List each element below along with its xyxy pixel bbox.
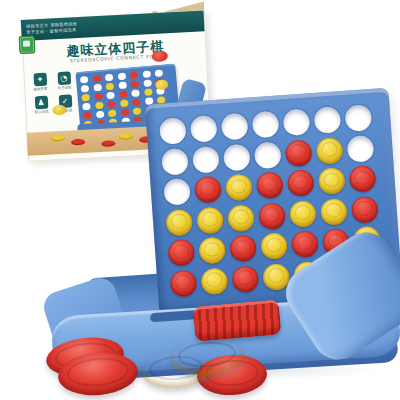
print-cell — [94, 93, 103, 101]
box-badge-2: ◔专注训练 — [55, 71, 74, 90]
print-cell — [83, 112, 92, 120]
cell-r3c7-red — [349, 165, 377, 193]
cell-r5c1-red — [167, 239, 195, 267]
cell-r5c3-red — [229, 234, 257, 262]
cell-r1c7-empty — [344, 104, 372, 132]
cell-r3c6-yellow — [318, 167, 346, 195]
cell-r1c1-empty — [159, 117, 187, 145]
cell-r4c1-yellow — [165, 208, 193, 236]
print-cell — [155, 69, 164, 77]
cell-r6c1-red — [170, 269, 198, 297]
box-badge-caption: 益智开发 — [31, 87, 49, 92]
box-badge-caption: 双人对战 — [32, 110, 50, 115]
print-cell — [143, 79, 152, 87]
cell-r4c4-red — [258, 202, 286, 230]
cell-r2c7-empty — [347, 134, 375, 162]
cell-r1c3-empty — [221, 113, 249, 141]
cell-r2c1-empty — [161, 147, 189, 175]
box-scatter-disc-red — [71, 139, 85, 146]
print-cell — [92, 75, 101, 83]
cell-r3c5-red — [287, 169, 315, 197]
cell-r2c4-empty — [254, 141, 282, 169]
print-cell — [80, 76, 89, 84]
box-printed-flying-disc-red — [152, 50, 169, 62]
print-cell — [120, 108, 129, 116]
print-cell — [95, 111, 104, 119]
print-cell — [95, 102, 104, 110]
print-cell — [81, 94, 90, 102]
cell-r1c4-empty — [252, 111, 280, 139]
print-cell — [117, 73, 126, 81]
cell-r4c2-yellow — [196, 206, 224, 234]
box-badge-1: ✦益智开发 — [31, 73, 50, 92]
print-cell — [118, 82, 127, 90]
cell-r1c6-empty — [314, 106, 342, 134]
cell-r3c4-red — [256, 171, 284, 199]
print-cell — [105, 74, 114, 82]
print-cell — [108, 110, 117, 118]
cell-r2c5-red — [285, 139, 313, 167]
box-badge-caption: 专注训练 — [55, 85, 73, 90]
print-cell — [144, 88, 153, 96]
print-cell — [133, 107, 142, 115]
print-cell — [106, 92, 115, 100]
print-cell — [82, 103, 91, 111]
box-scatter-disc-red — [101, 140, 115, 147]
cell-r4c3-yellow — [227, 204, 255, 232]
cell-r4c5-yellow — [289, 200, 317, 228]
print-cell — [142, 70, 151, 78]
cell-r5c2-yellow — [198, 237, 226, 265]
cell-r3c1-empty — [163, 178, 191, 206]
print-cell — [81, 85, 90, 93]
box-scatter-disc-yellow — [119, 133, 133, 140]
cell-r5c4-yellow — [260, 232, 288, 260]
print-cell — [130, 72, 139, 80]
cell-r6c2-yellow — [200, 267, 228, 295]
cell-r3c3-yellow — [225, 174, 253, 202]
box-badge-icon: ◔ — [57, 71, 71, 85]
print-cell — [131, 89, 140, 97]
box-badge-3: ♟双人对战 — [32, 96, 51, 115]
cell-r1c2-empty — [190, 115, 218, 143]
box-badge-icon: ✦ — [33, 73, 47, 87]
cell-r1c5-empty — [283, 108, 311, 136]
print-cell — [106, 83, 115, 91]
print-cell — [132, 98, 141, 106]
print-cell — [120, 99, 129, 107]
print-cell — [107, 101, 116, 109]
box-printed-flying-disc-yellow-left — [52, 105, 67, 116]
print-cell — [93, 84, 102, 92]
cell-r4c6-yellow — [320, 197, 348, 225]
product-photo: 锻炼专注力 逻辑思维训练 亲子互动 · 益智对战玩具 趣味立体四子棋 STERE… — [0, 0, 400, 400]
box-scatter-disc-yellow — [51, 135, 65, 142]
print-cell — [130, 80, 139, 88]
cell-r2c3-empty — [223, 143, 251, 171]
cell-r3c2-red — [194, 176, 222, 204]
cell-r6c3-red — [231, 265, 259, 293]
print-cell — [119, 91, 128, 99]
cell-r2c2-empty — [192, 145, 220, 173]
red-slider-handle — [193, 299, 282, 341]
cell-r2c6-yellow — [316, 137, 344, 165]
cell-r5c5-red — [291, 230, 319, 258]
cell-r4c7-red — [351, 195, 379, 223]
box-badge-icon: ♟ — [34, 96, 48, 110]
